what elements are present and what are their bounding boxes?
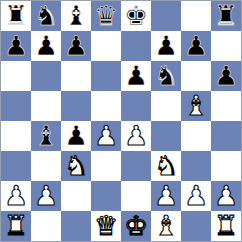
square-e1[interactable]: ♚ (121, 211, 151, 241)
square-h3[interactable] (211, 151, 241, 181)
white-knight[interactable]: ♞ (154, 152, 178, 179)
square-b6[interactable] (31, 61, 61, 91)
square-d5[interactable] (91, 91, 121, 121)
square-a8[interactable]: ♜ (1, 1, 31, 31)
white-pawn[interactable]: ♟ (154, 182, 178, 209)
square-b2[interactable]: ♟ (31, 181, 61, 211)
black-pawn[interactable]: ♟ (124, 62, 148, 89)
square-c8[interactable]: ♝ (61, 1, 91, 31)
square-e7[interactable] (121, 31, 151, 61)
white-pawn[interactable]: ♟ (124, 122, 148, 149)
black-pawn[interactable]: ♟ (34, 32, 58, 59)
square-d8[interactable]: ♛ (91, 1, 121, 31)
square-e2[interactable] (121, 181, 151, 211)
square-b8[interactable]: ♞ (31, 1, 61, 31)
white-pawn[interactable]: ♟ (34, 182, 58, 209)
square-c4[interactable]: ♟ (61, 121, 91, 151)
square-a1[interactable]: ♜ (1, 211, 31, 241)
square-g5[interactable]: ♝ (181, 91, 211, 121)
white-queen[interactable]: ♛ (94, 212, 118, 239)
square-f3[interactable]: ♞ (151, 151, 181, 181)
square-d3[interactable] (91, 151, 121, 181)
black-knight[interactable]: ♞ (34, 2, 58, 29)
square-h6[interactable]: ♟ (211, 61, 241, 91)
square-f2[interactable]: ♟ (151, 181, 181, 211)
white-bishop[interactable]: ♝ (154, 212, 178, 239)
square-g1[interactable] (181, 211, 211, 241)
white-rook[interactable]: ♜ (214, 212, 238, 239)
white-pawn[interactable]: ♟ (184, 182, 208, 209)
square-b5[interactable] (31, 91, 61, 121)
square-e4[interactable]: ♟ (121, 121, 151, 151)
white-rook[interactable]: ♜ (4, 212, 28, 239)
black-rook[interactable]: ♜ (214, 2, 238, 29)
square-d7[interactable] (91, 31, 121, 61)
square-h5[interactable] (211, 91, 241, 121)
black-bishop[interactable]: ♝ (64, 2, 88, 29)
square-f4[interactable] (151, 121, 181, 151)
square-c6[interactable] (61, 61, 91, 91)
black-pawn[interactable]: ♟ (184, 32, 208, 59)
square-g4[interactable] (181, 121, 211, 151)
square-f6[interactable]: ♞ (151, 61, 181, 91)
square-b4[interactable]: ♝ (31, 121, 61, 151)
black-pawn[interactable]: ♟ (214, 62, 238, 89)
white-pawn[interactable]: ♟ (214, 182, 238, 209)
square-a3[interactable] (1, 151, 31, 181)
square-f1[interactable]: ♝ (151, 211, 181, 241)
white-bishop[interactable]: ♝ (184, 92, 208, 119)
square-g6[interactable] (181, 61, 211, 91)
white-pawn[interactable]: ♟ (94, 122, 118, 149)
black-pawn[interactable]: ♟ (64, 122, 88, 149)
square-e6[interactable]: ♟ (121, 61, 151, 91)
square-c7[interactable]: ♟ (61, 31, 91, 61)
square-g3[interactable] (181, 151, 211, 181)
black-pawn[interactable]: ♟ (4, 32, 28, 59)
square-a2[interactable]: ♟ (1, 181, 31, 211)
square-f5[interactable] (151, 91, 181, 121)
square-f8[interactable] (151, 1, 181, 31)
square-g7[interactable]: ♟ (181, 31, 211, 61)
square-d2[interactable] (91, 181, 121, 211)
square-c3[interactable]: ♞ (61, 151, 91, 181)
square-g8[interactable] (181, 1, 211, 31)
square-a5[interactable] (1, 91, 31, 121)
square-d6[interactable] (91, 61, 121, 91)
square-e5[interactable] (121, 91, 151, 121)
black-rook[interactable]: ♜ (4, 2, 28, 29)
square-d1[interactable]: ♛ (91, 211, 121, 241)
square-h4[interactable] (211, 121, 241, 151)
square-g2[interactable]: ♟ (181, 181, 211, 211)
square-e8[interactable]: ♚ (121, 1, 151, 31)
square-h1[interactable]: ♜ (211, 211, 241, 241)
square-b3[interactable] (31, 151, 61, 181)
black-queen[interactable]: ♛ (94, 2, 118, 29)
square-a4[interactable] (1, 121, 31, 151)
white-king[interactable]: ♚ (124, 212, 148, 239)
white-knight[interactable]: ♞ (64, 152, 88, 179)
black-king[interactable]: ♚ (124, 2, 148, 29)
square-c5[interactable] (61, 91, 91, 121)
square-h2[interactable]: ♟ (211, 181, 241, 211)
square-c1[interactable] (61, 211, 91, 241)
square-e3[interactable] (121, 151, 151, 181)
square-c2[interactable] (61, 181, 91, 211)
black-pawn[interactable]: ♟ (64, 32, 88, 59)
black-knight[interactable]: ♞ (154, 62, 178, 89)
square-a6[interactable] (1, 61, 31, 91)
square-b1[interactable] (31, 211, 61, 241)
black-pawn[interactable]: ♟ (154, 32, 178, 59)
chess-board: ♜♞♝♛♚♜♟♟♟♟♟♟♞♟♝♝♟♟♟♞♞♟♟♟♟♟♜♛♚♝♜ (0, 0, 242, 242)
square-h7[interactable] (211, 31, 241, 61)
square-a7[interactable]: ♟ (1, 31, 31, 61)
square-f7[interactable]: ♟ (151, 31, 181, 61)
square-h8[interactable]: ♜ (211, 1, 241, 31)
white-pawn[interactable]: ♟ (4, 182, 28, 209)
black-bishop[interactable]: ♝ (34, 122, 58, 149)
square-b7[interactable]: ♟ (31, 31, 61, 61)
square-d4[interactable]: ♟ (91, 121, 121, 151)
